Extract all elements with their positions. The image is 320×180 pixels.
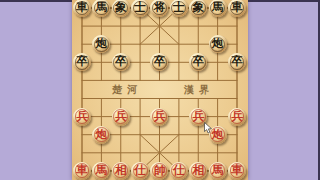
piece-glyph: 卒	[115, 57, 127, 69]
piece-glyph: 兵	[154, 111, 166, 123]
piece-black-advisor[interactable]: 士	[131, 0, 149, 17]
piece-glyph: 士	[173, 3, 185, 15]
piece-glyph: 車	[76, 3, 88, 15]
piece-red-soldier[interactable]: 兵	[228, 108, 246, 126]
piece-black-elephant[interactable]: 象	[112, 0, 130, 17]
piece-black-chariot[interactable]: 車	[228, 0, 246, 17]
piece-glyph: 炮	[96, 129, 108, 141]
piece-glyph: 馬	[96, 165, 108, 177]
piece-glyph: 馬	[212, 3, 224, 15]
piece-red-soldier[interactable]: 兵	[112, 108, 130, 126]
piece-black-soldier[interactable]: 卒	[73, 53, 91, 71]
piece-glyph: 兵	[231, 111, 243, 123]
piece-black-advisor[interactable]: 士	[170, 0, 188, 17]
piece-black-general[interactable]: 将	[150, 0, 168, 17]
piece-black-chariot[interactable]: 車	[73, 0, 91, 17]
piece-black-horse[interactable]: 馬	[92, 0, 110, 17]
piece-glyph: 炮	[96, 39, 108, 51]
piece-red-cannon[interactable]: 炮	[92, 126, 110, 144]
piece-red-advisor[interactable]: 仕	[131, 162, 149, 180]
app-window: 楚河 漢界 車馬象士将士象馬車炮炮卒卒卒卒卒兵兵兵兵兵炮炮車馬相仕帥仕相馬車	[0, 0, 320, 180]
piece-red-chariot[interactable]: 車	[228, 162, 246, 180]
piece-black-soldier[interactable]: 卒	[150, 53, 168, 71]
piece-glyph: 炮	[212, 129, 224, 141]
piece-glyph: 象	[115, 3, 127, 15]
piece-glyph: 車	[76, 165, 88, 177]
piece-glyph: 卒	[154, 57, 166, 69]
piece-red-horse[interactable]: 馬	[209, 162, 227, 180]
piece-red-soldier[interactable]: 兵	[73, 108, 91, 126]
piece-glyph: 卒	[76, 57, 88, 69]
piece-glyph: 士	[134, 3, 146, 15]
piece-glyph: 兵	[76, 111, 88, 123]
piece-red-elephant[interactable]: 相	[112, 162, 130, 180]
piece-glyph: 仕	[173, 165, 185, 177]
piece-glyph: 馬	[212, 165, 224, 177]
xiangqi-board: 楚河 漢界 車馬象士将士象馬車炮炮卒卒卒卒卒兵兵兵兵兵炮炮車馬相仕帥仕相馬車	[72, 0, 248, 180]
piece-black-elephant[interactable]: 象	[189, 0, 207, 17]
piece-glyph: 卒	[231, 57, 243, 69]
piece-glyph: 仕	[134, 165, 146, 177]
piece-glyph: 将	[154, 3, 166, 15]
piece-red-chariot[interactable]: 車	[73, 162, 91, 180]
piece-red-soldier[interactable]: 兵	[150, 108, 168, 126]
piece-black-cannon[interactable]: 炮	[92, 35, 110, 53]
piece-black-cannon[interactable]: 炮	[209, 35, 227, 53]
piece-black-horse[interactable]: 馬	[209, 0, 227, 17]
board-grid[interactable]: 車馬象士将士象馬車炮炮卒卒卒卒卒兵兵兵兵兵炮炮車馬相仕帥仕相馬車	[72, 0, 246, 180]
piece-glyph: 兵	[192, 111, 204, 123]
piece-glyph: 車	[231, 165, 243, 177]
piece-black-soldier[interactable]: 卒	[189, 53, 207, 71]
piece-red-horse[interactable]: 馬	[92, 162, 110, 180]
piece-red-general[interactable]: 帥	[150, 162, 168, 180]
piece-glyph: 相	[192, 165, 204, 177]
piece-black-soldier[interactable]: 卒	[228, 53, 246, 71]
piece-glyph: 象	[192, 3, 204, 15]
piece-glyph: 帥	[154, 165, 166, 177]
piece-glyph: 相	[115, 165, 127, 177]
piece-red-elephant[interactable]: 相	[189, 162, 207, 180]
piece-glyph: 車	[231, 3, 243, 15]
piece-glyph: 卒	[192, 57, 204, 69]
piece-glyph: 兵	[115, 111, 127, 123]
piece-red-advisor[interactable]: 仕	[170, 162, 188, 180]
piece-black-soldier[interactable]: 卒	[112, 53, 130, 71]
piece-glyph: 馬	[96, 3, 108, 15]
mouse-cursor	[204, 122, 213, 134]
piece-glyph: 炮	[212, 39, 224, 51]
